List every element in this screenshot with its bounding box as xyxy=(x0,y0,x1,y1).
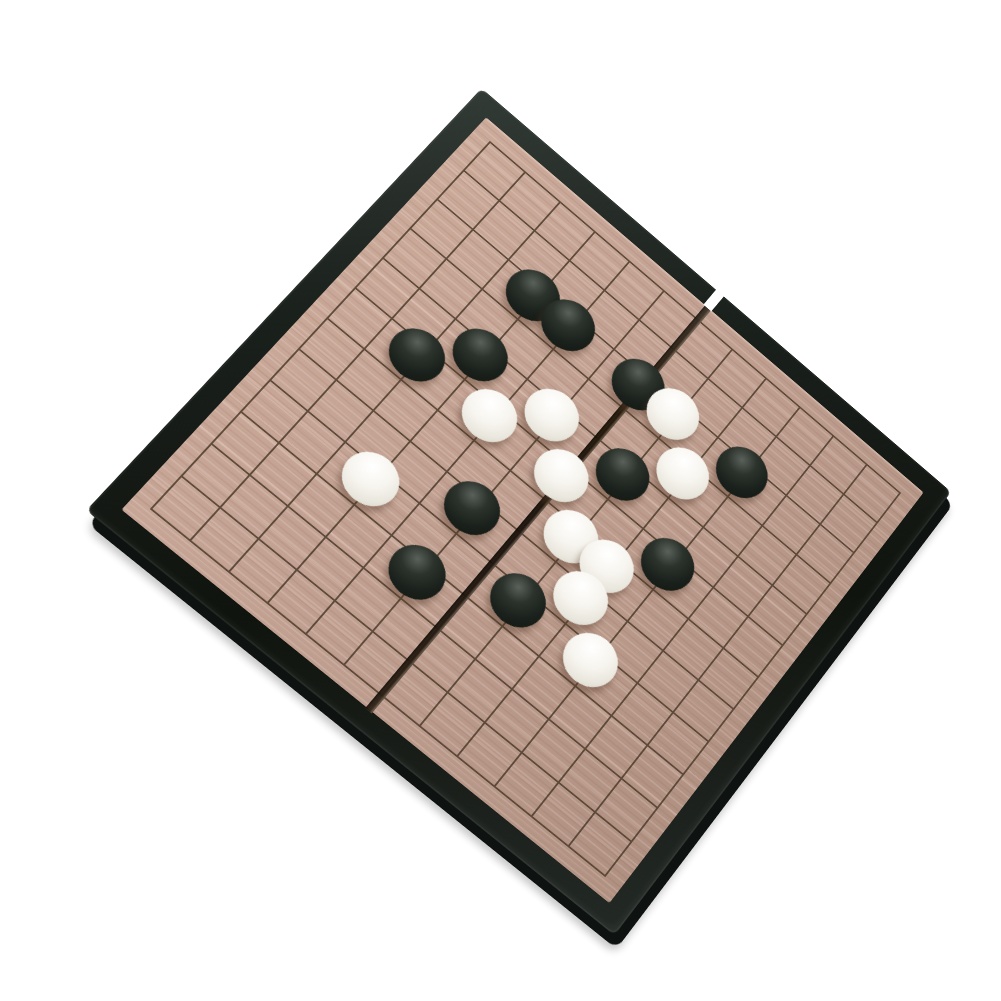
black-stone xyxy=(479,562,557,639)
stones-layer xyxy=(86,88,951,935)
black-stone xyxy=(378,318,457,393)
go-board xyxy=(86,88,951,935)
black-stone xyxy=(442,318,519,392)
product-photo-background xyxy=(0,0,1001,1001)
white-stone xyxy=(330,441,410,518)
white-stone xyxy=(514,378,590,452)
white-stone xyxy=(451,378,528,453)
black-stone xyxy=(630,527,704,602)
black-stone xyxy=(585,437,660,511)
black-stone xyxy=(706,436,778,509)
white-stone xyxy=(552,622,629,699)
black-stone xyxy=(377,534,457,611)
white-stone xyxy=(646,437,719,510)
black-stone xyxy=(433,470,511,546)
white-stone xyxy=(523,438,599,513)
